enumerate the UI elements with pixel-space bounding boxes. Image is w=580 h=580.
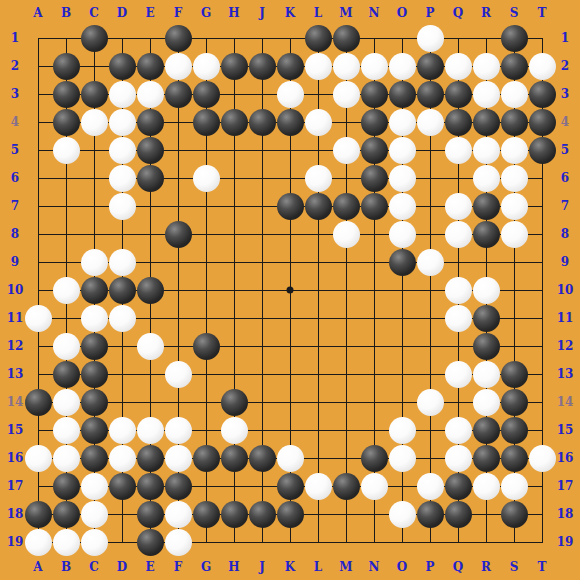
intersection-e1[interactable] [136, 24, 164, 52]
intersection-k2[interactable] [276, 52, 304, 80]
intersection-n7[interactable] [360, 192, 388, 220]
intersection-n12[interactable] [360, 332, 388, 360]
intersection-b14[interactable] [52, 388, 80, 416]
intersection-e9[interactable] [136, 248, 164, 276]
intersection-o7[interactable] [388, 192, 416, 220]
intersection-n15[interactable] [360, 416, 388, 444]
intersection-m2[interactable] [332, 52, 360, 80]
intersection-d2[interactable] [108, 52, 136, 80]
intersection-o14[interactable] [388, 388, 416, 416]
intersection-a13[interactable] [24, 360, 52, 388]
intersection-g14[interactable] [192, 388, 220, 416]
intersection-r4[interactable] [472, 108, 500, 136]
intersection-b9[interactable] [52, 248, 80, 276]
intersection-h8[interactable] [220, 220, 248, 248]
intersection-m9[interactable] [332, 248, 360, 276]
intersection-l16[interactable] [304, 444, 332, 472]
intersection-c1[interactable] [80, 24, 108, 52]
intersection-m5[interactable] [332, 136, 360, 164]
intersection-n1[interactable] [360, 24, 388, 52]
intersection-g19[interactable] [192, 528, 220, 556]
intersection-p8[interactable] [416, 220, 444, 248]
intersection-f3[interactable] [164, 80, 192, 108]
intersection-a2[interactable] [24, 52, 52, 80]
intersection-t11[interactable] [528, 304, 556, 332]
intersection-j2[interactable] [248, 52, 276, 80]
intersection-l11[interactable] [304, 304, 332, 332]
intersection-e7[interactable] [136, 192, 164, 220]
intersection-l15[interactable] [304, 416, 332, 444]
intersection-r19[interactable] [472, 528, 500, 556]
intersection-j12[interactable] [248, 332, 276, 360]
intersection-g6[interactable] [192, 164, 220, 192]
intersection-q17[interactable] [444, 472, 472, 500]
intersection-n14[interactable] [360, 388, 388, 416]
intersection-j16[interactable] [248, 444, 276, 472]
intersection-f8[interactable] [164, 220, 192, 248]
intersection-b12[interactable] [52, 332, 80, 360]
intersection-k4[interactable] [276, 108, 304, 136]
intersection-l9[interactable] [304, 248, 332, 276]
intersection-m6[interactable] [332, 164, 360, 192]
intersection-c13[interactable] [80, 360, 108, 388]
intersection-k3[interactable] [276, 80, 304, 108]
intersection-g16[interactable] [192, 444, 220, 472]
intersection-s15[interactable] [500, 416, 528, 444]
intersection-e4[interactable] [136, 108, 164, 136]
intersection-c8[interactable] [80, 220, 108, 248]
intersection-a4[interactable] [24, 108, 52, 136]
intersection-e12[interactable] [136, 332, 164, 360]
intersection-h2[interactable] [220, 52, 248, 80]
intersection-c16[interactable] [80, 444, 108, 472]
intersection-n5[interactable] [360, 136, 388, 164]
intersection-a5[interactable] [24, 136, 52, 164]
intersection-g5[interactable] [192, 136, 220, 164]
intersection-e19[interactable] [136, 528, 164, 556]
intersection-d4[interactable] [108, 108, 136, 136]
intersection-p2[interactable] [416, 52, 444, 80]
intersection-t6[interactable] [528, 164, 556, 192]
intersection-c2[interactable] [80, 52, 108, 80]
intersection-h12[interactable] [220, 332, 248, 360]
intersection-p14[interactable] [416, 388, 444, 416]
intersection-o9[interactable] [388, 248, 416, 276]
intersection-f14[interactable] [164, 388, 192, 416]
intersection-g15[interactable] [192, 416, 220, 444]
intersection-o6[interactable] [388, 164, 416, 192]
intersection-j4[interactable] [248, 108, 276, 136]
intersection-f16[interactable] [164, 444, 192, 472]
intersection-a3[interactable] [24, 80, 52, 108]
intersection-g2[interactable] [192, 52, 220, 80]
intersection-f18[interactable] [164, 500, 192, 528]
intersection-d10[interactable] [108, 276, 136, 304]
intersection-p1[interactable] [416, 24, 444, 52]
intersection-c12[interactable] [80, 332, 108, 360]
intersection-b8[interactable] [52, 220, 80, 248]
intersection-p13[interactable] [416, 360, 444, 388]
intersection-t16[interactable] [528, 444, 556, 472]
intersection-q4[interactable] [444, 108, 472, 136]
intersection-a9[interactable] [24, 248, 52, 276]
intersection-s11[interactable] [500, 304, 528, 332]
intersection-c6[interactable] [80, 164, 108, 192]
intersection-t18[interactable] [528, 500, 556, 528]
intersection-t7[interactable] [528, 192, 556, 220]
intersection-s5[interactable] [500, 136, 528, 164]
intersection-r11[interactable] [472, 304, 500, 332]
intersection-m13[interactable] [332, 360, 360, 388]
intersection-q9[interactable] [444, 248, 472, 276]
intersection-e13[interactable] [136, 360, 164, 388]
intersection-j9[interactable] [248, 248, 276, 276]
intersection-n16[interactable] [360, 444, 388, 472]
intersection-f13[interactable] [164, 360, 192, 388]
intersection-c3[interactable] [80, 80, 108, 108]
intersection-a19[interactable] [24, 528, 52, 556]
intersection-h16[interactable] [220, 444, 248, 472]
intersection-o2[interactable] [388, 52, 416, 80]
intersection-d9[interactable] [108, 248, 136, 276]
intersection-a16[interactable] [24, 444, 52, 472]
intersection-t5[interactable] [528, 136, 556, 164]
intersection-o13[interactable] [388, 360, 416, 388]
intersection-s19[interactable] [500, 528, 528, 556]
intersection-q19[interactable] [444, 528, 472, 556]
intersection-a7[interactable] [24, 192, 52, 220]
intersection-n2[interactable] [360, 52, 388, 80]
intersection-s16[interactable] [500, 444, 528, 472]
intersection-o4[interactable] [388, 108, 416, 136]
intersection-m12[interactable] [332, 332, 360, 360]
intersection-f4[interactable] [164, 108, 192, 136]
intersection-e11[interactable] [136, 304, 164, 332]
intersection-a10[interactable] [24, 276, 52, 304]
intersection-m15[interactable] [332, 416, 360, 444]
intersection-j17[interactable] [248, 472, 276, 500]
intersection-d1[interactable] [108, 24, 136, 52]
intersection-j19[interactable] [248, 528, 276, 556]
intersection-m1[interactable] [332, 24, 360, 52]
intersection-s8[interactable] [500, 220, 528, 248]
intersection-a11[interactable] [24, 304, 52, 332]
intersection-r1[interactable] [472, 24, 500, 52]
intersection-b17[interactable] [52, 472, 80, 500]
intersection-k11[interactable] [276, 304, 304, 332]
intersection-s9[interactable] [500, 248, 528, 276]
intersection-q11[interactable] [444, 304, 472, 332]
intersection-q2[interactable] [444, 52, 472, 80]
intersection-m4[interactable] [332, 108, 360, 136]
intersection-a18[interactable] [24, 500, 52, 528]
intersection-r15[interactable] [472, 416, 500, 444]
intersection-g3[interactable] [192, 80, 220, 108]
intersection-n3[interactable] [360, 80, 388, 108]
intersection-j14[interactable] [248, 388, 276, 416]
intersection-h6[interactable] [220, 164, 248, 192]
intersection-o18[interactable] [388, 500, 416, 528]
intersection-p19[interactable] [416, 528, 444, 556]
intersection-s10[interactable] [500, 276, 528, 304]
intersection-g8[interactable] [192, 220, 220, 248]
intersection-r5[interactable] [472, 136, 500, 164]
intersection-j5[interactable] [248, 136, 276, 164]
intersection-s13[interactable] [500, 360, 528, 388]
intersection-b10[interactable] [52, 276, 80, 304]
intersection-q3[interactable] [444, 80, 472, 108]
intersection-t17[interactable] [528, 472, 556, 500]
intersection-h5[interactable] [220, 136, 248, 164]
intersection-k13[interactable] [276, 360, 304, 388]
intersection-l1[interactable] [304, 24, 332, 52]
intersection-h3[interactable] [220, 80, 248, 108]
intersection-s14[interactable] [500, 388, 528, 416]
intersection-b16[interactable] [52, 444, 80, 472]
intersection-e5[interactable] [136, 136, 164, 164]
intersection-m8[interactable] [332, 220, 360, 248]
intersection-f9[interactable] [164, 248, 192, 276]
intersection-j1[interactable] [248, 24, 276, 52]
intersection-b5[interactable] [52, 136, 80, 164]
intersection-b11[interactable] [52, 304, 80, 332]
intersection-o3[interactable] [388, 80, 416, 108]
intersection-d19[interactable] [108, 528, 136, 556]
intersection-e10[interactable] [136, 276, 164, 304]
intersection-j7[interactable] [248, 192, 276, 220]
intersection-f5[interactable] [164, 136, 192, 164]
intersection-t1[interactable] [528, 24, 556, 52]
intersection-n6[interactable] [360, 164, 388, 192]
intersection-g12[interactable] [192, 332, 220, 360]
intersection-q1[interactable] [444, 24, 472, 52]
intersection-s2[interactable] [500, 52, 528, 80]
intersection-l6[interactable] [304, 164, 332, 192]
intersection-c19[interactable] [80, 528, 108, 556]
intersection-p18[interactable] [416, 500, 444, 528]
intersection-l3[interactable] [304, 80, 332, 108]
intersection-q15[interactable] [444, 416, 472, 444]
intersection-c14[interactable] [80, 388, 108, 416]
intersection-a8[interactable] [24, 220, 52, 248]
intersection-d18[interactable] [108, 500, 136, 528]
intersection-m16[interactable] [332, 444, 360, 472]
intersection-a6[interactable] [24, 164, 52, 192]
intersection-h18[interactable] [220, 500, 248, 528]
intersection-o10[interactable] [388, 276, 416, 304]
intersection-o19[interactable] [388, 528, 416, 556]
intersection-n11[interactable] [360, 304, 388, 332]
intersection-o5[interactable] [388, 136, 416, 164]
intersection-p11[interactable] [416, 304, 444, 332]
intersection-g11[interactable] [192, 304, 220, 332]
intersection-b7[interactable] [52, 192, 80, 220]
intersection-k14[interactable] [276, 388, 304, 416]
intersection-n13[interactable] [360, 360, 388, 388]
intersection-q5[interactable] [444, 136, 472, 164]
intersection-l14[interactable] [304, 388, 332, 416]
intersection-c17[interactable] [80, 472, 108, 500]
intersection-m10[interactable] [332, 276, 360, 304]
intersection-r7[interactable] [472, 192, 500, 220]
intersection-t14[interactable] [528, 388, 556, 416]
intersection-l19[interactable] [304, 528, 332, 556]
intersection-q12[interactable] [444, 332, 472, 360]
intersection-n18[interactable] [360, 500, 388, 528]
intersection-e3[interactable] [136, 80, 164, 108]
intersection-l2[interactable] [304, 52, 332, 80]
intersection-f7[interactable] [164, 192, 192, 220]
intersection-h14[interactable] [220, 388, 248, 416]
intersection-g1[interactable] [192, 24, 220, 52]
intersection-c9[interactable] [80, 248, 108, 276]
intersection-g13[interactable] [192, 360, 220, 388]
intersection-h4[interactable] [220, 108, 248, 136]
intersection-b2[interactable] [52, 52, 80, 80]
intersection-f6[interactable] [164, 164, 192, 192]
intersection-h7[interactable] [220, 192, 248, 220]
intersection-t15[interactable] [528, 416, 556, 444]
go-board[interactable]: AABBCCDDEEFFGGHHJJKKLLMMNNOOPPQQRRSSTT11… [0, 0, 580, 580]
intersection-e2[interactable] [136, 52, 164, 80]
intersection-l18[interactable] [304, 500, 332, 528]
intersection-c10[interactable] [80, 276, 108, 304]
intersection-m3[interactable] [332, 80, 360, 108]
intersection-r3[interactable] [472, 80, 500, 108]
intersection-s6[interactable] [500, 164, 528, 192]
intersection-t8[interactable] [528, 220, 556, 248]
intersection-d6[interactable] [108, 164, 136, 192]
intersection-n4[interactable] [360, 108, 388, 136]
intersection-f19[interactable] [164, 528, 192, 556]
intersection-b6[interactable] [52, 164, 80, 192]
intersection-p5[interactable] [416, 136, 444, 164]
intersection-r12[interactable] [472, 332, 500, 360]
intersection-r18[interactable] [472, 500, 500, 528]
intersection-p6[interactable] [416, 164, 444, 192]
intersection-c11[interactable] [80, 304, 108, 332]
intersection-l10[interactable] [304, 276, 332, 304]
intersection-h13[interactable] [220, 360, 248, 388]
intersection-j15[interactable] [248, 416, 276, 444]
intersection-f17[interactable] [164, 472, 192, 500]
intersection-n8[interactable] [360, 220, 388, 248]
intersection-k5[interactable] [276, 136, 304, 164]
intersection-k18[interactable] [276, 500, 304, 528]
intersection-p12[interactable] [416, 332, 444, 360]
intersection-t9[interactable] [528, 248, 556, 276]
intersection-d8[interactable] [108, 220, 136, 248]
intersection-q10[interactable] [444, 276, 472, 304]
intersection-l12[interactable] [304, 332, 332, 360]
intersection-l17[interactable] [304, 472, 332, 500]
intersection-r16[interactable] [472, 444, 500, 472]
intersection-s17[interactable] [500, 472, 528, 500]
intersection-t13[interactable] [528, 360, 556, 388]
intersection-c15[interactable] [80, 416, 108, 444]
intersection-e8[interactable] [136, 220, 164, 248]
intersection-c7[interactable] [80, 192, 108, 220]
intersection-b13[interactable] [52, 360, 80, 388]
intersection-g7[interactable] [192, 192, 220, 220]
intersection-p16[interactable] [416, 444, 444, 472]
intersection-m7[interactable] [332, 192, 360, 220]
intersection-t10[interactable] [528, 276, 556, 304]
intersection-e16[interactable] [136, 444, 164, 472]
intersection-f11[interactable] [164, 304, 192, 332]
intersection-k12[interactable] [276, 332, 304, 360]
intersection-k1[interactable] [276, 24, 304, 52]
intersection-p15[interactable] [416, 416, 444, 444]
intersection-s4[interactable] [500, 108, 528, 136]
intersection-j13[interactable] [248, 360, 276, 388]
intersection-l4[interactable] [304, 108, 332, 136]
intersection-t4[interactable] [528, 108, 556, 136]
intersection-t19[interactable] [528, 528, 556, 556]
intersection-d7[interactable] [108, 192, 136, 220]
intersection-a15[interactable] [24, 416, 52, 444]
intersection-r17[interactable] [472, 472, 500, 500]
intersection-t12[interactable] [528, 332, 556, 360]
intersection-b3[interactable] [52, 80, 80, 108]
intersection-h1[interactable] [220, 24, 248, 52]
intersection-p3[interactable] [416, 80, 444, 108]
intersection-d11[interactable] [108, 304, 136, 332]
intersection-r2[interactable] [472, 52, 500, 80]
intersection-s18[interactable] [500, 500, 528, 528]
intersection-d14[interactable] [108, 388, 136, 416]
intersection-m18[interactable] [332, 500, 360, 528]
intersection-b19[interactable] [52, 528, 80, 556]
intersection-j11[interactable] [248, 304, 276, 332]
intersection-s7[interactable] [500, 192, 528, 220]
intersection-n9[interactable] [360, 248, 388, 276]
intersection-q18[interactable] [444, 500, 472, 528]
intersection-m14[interactable] [332, 388, 360, 416]
intersection-b18[interactable] [52, 500, 80, 528]
intersection-r14[interactable] [472, 388, 500, 416]
intersection-p10[interactable] [416, 276, 444, 304]
intersection-p17[interactable] [416, 472, 444, 500]
intersection-k16[interactable] [276, 444, 304, 472]
intersection-m11[interactable] [332, 304, 360, 332]
intersection-h9[interactable] [220, 248, 248, 276]
intersection-e14[interactable] [136, 388, 164, 416]
intersection-m19[interactable] [332, 528, 360, 556]
intersection-k10[interactable] [276, 276, 304, 304]
intersection-k6[interactable] [276, 164, 304, 192]
intersection-o8[interactable] [388, 220, 416, 248]
intersection-q7[interactable] [444, 192, 472, 220]
intersection-f15[interactable] [164, 416, 192, 444]
intersection-e18[interactable] [136, 500, 164, 528]
intersection-m17[interactable] [332, 472, 360, 500]
intersection-e6[interactable] [136, 164, 164, 192]
intersection-a12[interactable] [24, 332, 52, 360]
intersection-d15[interactable] [108, 416, 136, 444]
intersection-r10[interactable] [472, 276, 500, 304]
intersection-d17[interactable] [108, 472, 136, 500]
intersection-h17[interactable] [220, 472, 248, 500]
intersection-q14[interactable] [444, 388, 472, 416]
intersection-s1[interactable] [500, 24, 528, 52]
intersection-r13[interactable] [472, 360, 500, 388]
intersection-d13[interactable] [108, 360, 136, 388]
intersection-q13[interactable] [444, 360, 472, 388]
intersection-g4[interactable] [192, 108, 220, 136]
intersection-h11[interactable] [220, 304, 248, 332]
intersection-b1[interactable] [52, 24, 80, 52]
